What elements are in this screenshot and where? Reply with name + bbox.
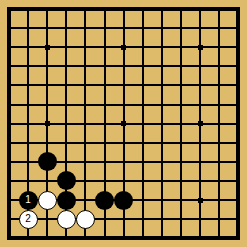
- grid-line-horizontal-13: [7, 236, 240, 240]
- white-stone: [38, 191, 57, 210]
- black-stone-move-1: 1: [19, 191, 38, 210]
- black-stone: [114, 191, 133, 210]
- grid-line-vertical-12: [218, 7, 220, 240]
- grid-line-horizontal-12: [7, 218, 240, 220]
- white-stone: [57, 210, 76, 229]
- star-point: [198, 45, 203, 50]
- star-point: [121, 121, 126, 126]
- move-number-label: 2: [25, 214, 31, 224]
- go-board[interactable]: 12: [0, 0, 247, 247]
- go-board-diagram: 12: [0, 0, 247, 247]
- white-stone-move-2: 2: [19, 210, 38, 229]
- grid-line-vertical-8: [142, 7, 144, 240]
- black-stone: [57, 191, 76, 210]
- grid-line-vertical-13: [236, 7, 240, 240]
- white-stone: [76, 210, 95, 229]
- star-point: [198, 198, 203, 203]
- grid-line-vertical-10: [180, 7, 182, 240]
- star-point: [121, 45, 126, 50]
- grid-line-horizontal-8: [7, 142, 240, 144]
- star-point: [45, 121, 50, 126]
- grid-line-vertical-9: [161, 7, 163, 240]
- grid-line-horizontal-10: [7, 180, 240, 182]
- star-point: [45, 45, 50, 50]
- star-point: [198, 121, 203, 126]
- black-stone: [57, 171, 76, 190]
- black-stone: [95, 191, 114, 210]
- black-stone: [38, 152, 57, 171]
- move-number-label: 1: [25, 195, 31, 205]
